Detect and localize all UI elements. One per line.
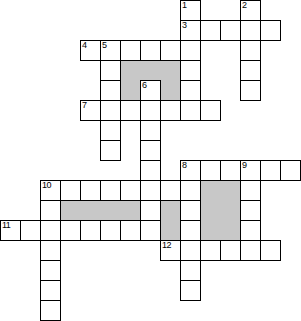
answer-cell-r4c5[interactable] — [100, 80, 121, 101]
shaded-cell-r4c6 — [120, 80, 141, 101]
answer-cell-r5c6[interactable] — [120, 100, 141, 121]
answer-cell-r5c10[interactable] — [200, 100, 221, 121]
answer-cell-r9c5[interactable] — [100, 180, 121, 201]
answer-cell-r2c8[interactable] — [160, 40, 181, 61]
answer-cell-r11c9[interactable] — [180, 220, 201, 241]
answer-cell-r12c12[interactable] — [240, 240, 261, 261]
clue-number-7: 7 — [82, 101, 87, 110]
answer-cell-r0c9[interactable]: 1 — [180, 0, 201, 21]
answer-cell-r2c7[interactable] — [140, 40, 161, 61]
shaded-cell-r10c8 — [160, 200, 181, 221]
answer-cell-r11c5[interactable] — [100, 220, 121, 241]
shaded-cell-r10c5 — [100, 200, 121, 221]
shaded-cell-r10c6 — [120, 200, 141, 221]
answer-cell-r9c6[interactable] — [120, 180, 141, 201]
answer-cell-r11c4[interactable] — [80, 220, 101, 241]
clue-number-9: 9 — [242, 161, 247, 170]
answer-cell-r12c8[interactable]: 12 — [160, 240, 181, 261]
answer-cell-r9c9[interactable] — [180, 180, 201, 201]
answer-cell-r9c7[interactable] — [140, 180, 161, 201]
shaded-cell-r10c10 — [200, 200, 221, 221]
answer-cell-r9c8[interactable] — [160, 180, 181, 201]
answer-cell-r4c12[interactable] — [240, 80, 261, 101]
answer-cell-r8c11[interactable] — [220, 160, 241, 181]
answer-cell-r14c2[interactable] — [40, 280, 61, 301]
answer-cell-r12c2[interactable] — [40, 240, 61, 261]
answer-cell-r1c12[interactable] — [240, 20, 261, 41]
answer-cell-r11c1[interactable] — [20, 220, 41, 241]
answer-cell-r10c12[interactable] — [240, 200, 261, 221]
answer-cell-r11c6[interactable] — [120, 220, 141, 241]
answer-cell-r7c5[interactable] — [100, 140, 121, 161]
shaded-cell-r9c10 — [200, 180, 221, 201]
answer-cell-r14c9[interactable] — [180, 280, 201, 301]
shaded-cell-r4c8 — [160, 80, 181, 101]
shaded-cell-r11c10 — [200, 220, 221, 241]
answer-cell-r1c11[interactable] — [220, 20, 241, 41]
answer-cell-r7c7[interactable] — [140, 140, 161, 161]
answer-cell-r5c5[interactable] — [100, 100, 121, 121]
answer-cell-r12c10[interactable] — [200, 240, 221, 261]
answer-cell-r13c2[interactable] — [40, 260, 61, 281]
clue-number-3: 3 — [182, 21, 187, 30]
answer-cell-r1c10[interactable] — [200, 20, 221, 41]
answer-cell-r8c9[interactable]: 8 — [180, 160, 201, 181]
answer-cell-r1c9[interactable]: 3 — [180, 20, 201, 41]
clue-number-8: 8 — [182, 161, 187, 170]
answer-cell-r13c9[interactable] — [180, 260, 201, 281]
answer-cell-r12c9[interactable] — [180, 240, 201, 261]
crossword-board: 123456789101112 — [0, 0, 301, 321]
answer-cell-r0c12[interactable]: 2 — [240, 0, 261, 21]
answer-cell-r5c9[interactable] — [180, 100, 201, 121]
answer-cell-r8c10[interactable] — [200, 160, 221, 181]
shaded-cell-r11c8 — [160, 220, 181, 241]
answer-cell-r12c13[interactable] — [260, 240, 281, 261]
answer-cell-r9c2[interactable]: 10 — [40, 180, 61, 201]
answer-cell-r3c5[interactable] — [100, 60, 121, 81]
answer-cell-r10c2[interactable] — [40, 200, 61, 221]
answer-cell-r5c4[interactable]: 7 — [80, 100, 101, 121]
answer-cell-r9c3[interactable] — [60, 180, 81, 201]
shaded-cell-r10c11 — [220, 200, 241, 221]
answer-cell-r8c14[interactable] — [280, 160, 301, 181]
shaded-cell-r3c6 — [120, 60, 141, 81]
clue-number-4: 4 — [82, 41, 87, 50]
answer-cell-r11c0[interactable]: 11 — [0, 220, 21, 241]
answer-cell-r2c6[interactable] — [120, 40, 141, 61]
shaded-cell-r10c3 — [60, 200, 81, 221]
answer-cell-r3c12[interactable] — [240, 60, 261, 81]
answer-cell-r9c12[interactable] — [240, 180, 261, 201]
shaded-cell-r11c11 — [220, 220, 241, 241]
shaded-cell-r3c8 — [160, 60, 181, 81]
clue-number-11: 11 — [2, 221, 10, 230]
answer-cell-r10c9[interactable] — [180, 200, 201, 221]
answer-cell-r6c5[interactable] — [100, 120, 121, 141]
answer-cell-r11c2[interactable] — [40, 220, 61, 241]
answer-cell-r1c13[interactable] — [260, 20, 281, 41]
clue-number-10: 10 — [42, 181, 51, 190]
clue-number-2: 2 — [242, 1, 247, 10]
answer-cell-r2c5[interactable]: 5 — [100, 40, 121, 61]
answer-cell-r2c4[interactable]: 4 — [80, 40, 101, 61]
answer-cell-r11c7[interactable] — [140, 220, 161, 241]
answer-cell-r11c12[interactable] — [240, 220, 261, 241]
answer-cell-r12c11[interactable] — [220, 240, 241, 261]
answer-cell-r8c13[interactable] — [260, 160, 281, 181]
clue-number-12: 12 — [162, 241, 171, 250]
answer-cell-r4c7[interactable]: 6 — [140, 80, 161, 101]
answer-cell-r2c9[interactable] — [180, 40, 201, 61]
answer-cell-r5c7[interactable] — [140, 100, 161, 121]
answer-cell-r11c3[interactable] — [60, 220, 81, 241]
answer-cell-r2c12[interactable] — [240, 40, 261, 61]
shaded-cell-r10c4 — [80, 200, 101, 221]
clue-number-6: 6 — [142, 81, 147, 90]
answer-cell-r10c7[interactable] — [140, 200, 161, 221]
answer-cell-r8c7[interactable] — [140, 160, 161, 181]
answer-cell-r8c12[interactable]: 9 — [240, 160, 261, 181]
answer-cell-r15c2[interactable] — [40, 300, 61, 321]
answer-cell-r3c9[interactable] — [180, 60, 201, 81]
shaded-cell-r9c11 — [220, 180, 241, 201]
shaded-cell-r3c7 — [140, 60, 161, 81]
answer-cell-r5c8[interactable] — [160, 100, 181, 121]
answer-cell-r4c9[interactable] — [180, 80, 201, 101]
clue-number-5: 5 — [102, 41, 107, 50]
answer-cell-r9c4[interactable] — [80, 180, 101, 201]
clue-number-1: 1 — [182, 1, 187, 10]
answer-cell-r6c7[interactable] — [140, 120, 161, 141]
